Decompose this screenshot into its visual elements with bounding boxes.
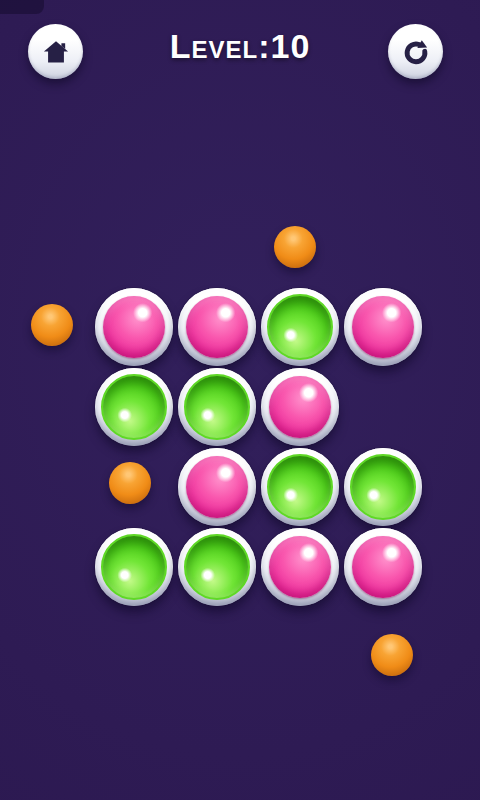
pink-dome [269, 536, 331, 598]
cell-r3c2 [175, 447, 258, 527]
pink-pod[interactable] [95, 288, 173, 366]
cell-r2c1 [92, 367, 175, 447]
orange-ball[interactable] [371, 634, 413, 676]
cell-r3c4 [341, 447, 424, 527]
green-pod[interactable] [178, 368, 256, 446]
pink-pod[interactable] [344, 288, 422, 366]
cell-r1c4 [341, 287, 424, 367]
pink-pod[interactable] [344, 528, 422, 606]
pink-pod[interactable] [261, 528, 339, 606]
cell-r2c2 [175, 367, 258, 447]
cell-r1c1 [92, 287, 175, 367]
cell-r2c4 [341, 367, 424, 447]
cell-r4c1 [92, 527, 175, 607]
pink-pod[interactable] [178, 288, 256, 366]
green-pod[interactable] [95, 528, 173, 606]
orange-ball[interactable] [109, 462, 151, 504]
orange-ball[interactable] [31, 304, 73, 346]
restart-icon [400, 36, 432, 68]
cell-r1c3 [258, 287, 341, 367]
cell-r1c2 [175, 287, 258, 367]
green-dome [184, 374, 250, 440]
pink-pod[interactable] [178, 448, 256, 526]
pink-dome [103, 296, 165, 358]
green-dome [184, 534, 250, 600]
board [92, 287, 424, 607]
green-pod[interactable] [261, 288, 339, 366]
green-pod[interactable] [178, 528, 256, 606]
green-pod[interactable] [261, 448, 339, 526]
restart-button[interactable] [388, 24, 443, 79]
green-dome [350, 454, 416, 520]
green-dome [101, 374, 167, 440]
orange-ball[interactable] [274, 226, 316, 268]
green-dome [101, 534, 167, 600]
green-dome [267, 294, 333, 360]
green-pod[interactable] [344, 448, 422, 526]
pink-dome [352, 296, 414, 358]
cell-r4c2 [175, 527, 258, 607]
pink-dome [352, 536, 414, 598]
green-dome [267, 454, 333, 520]
pink-dome [269, 376, 331, 438]
green-pod[interactable] [95, 368, 173, 446]
cell-r4c4 [341, 527, 424, 607]
game-screen: Level:10 [0, 0, 480, 800]
cell-r4c3 [258, 527, 341, 607]
pink-dome [186, 296, 248, 358]
pink-dome [186, 456, 248, 518]
cell-r3c3 [258, 447, 341, 527]
pink-pod[interactable] [261, 368, 339, 446]
screen-notch [0, 0, 44, 14]
cell-r2c3 [258, 367, 341, 447]
